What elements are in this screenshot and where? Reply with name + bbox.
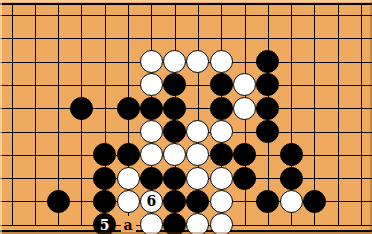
point-label-a: a — [121, 216, 136, 233]
black-stone — [163, 120, 186, 143]
black-stone — [233, 167, 256, 190]
grid-hline — [0, 38, 372, 39]
white-stone — [140, 213, 163, 234]
black-stone — [163, 190, 186, 213]
grid-hline — [0, 85, 372, 86]
white-stone-move-6: 6 — [140, 190, 163, 213]
black-stone — [210, 73, 233, 96]
black-stone — [93, 167, 116, 190]
black-stone — [93, 190, 116, 213]
black-stone — [117, 97, 140, 120]
white-stone — [210, 213, 233, 234]
black-stone — [163, 97, 186, 120]
board-top-edge — [0, 3, 372, 5]
grid-vline — [361, 4, 362, 226]
black-stone — [140, 97, 163, 120]
board-bottom-edge — [0, 230, 372, 232]
white-stone — [140, 143, 163, 166]
white-stone — [140, 120, 163, 143]
grid-vline — [35, 4, 36, 226]
black-stone — [256, 97, 279, 120]
white-stone — [186, 213, 209, 234]
white-stone — [280, 190, 303, 213]
grid-vline — [338, 4, 339, 226]
black-stone — [163, 213, 186, 234]
black-stone — [140, 167, 163, 190]
white-stone — [233, 97, 256, 120]
white-stone — [210, 190, 233, 213]
grid-hline — [0, 15, 372, 16]
white-stone — [210, 120, 233, 143]
black-stone — [280, 167, 303, 190]
white-stone — [210, 167, 233, 190]
white-stone — [117, 167, 140, 190]
black-stone — [280, 143, 303, 166]
grid-vline — [12, 4, 13, 226]
black-stone — [210, 143, 233, 166]
black-stone — [47, 190, 70, 213]
white-stone — [117, 190, 140, 213]
black-stone — [117, 143, 140, 166]
go-diagram: 65a — [0, 0, 372, 234]
black-stone — [70, 97, 93, 120]
black-stone-move-5: 5 — [93, 213, 116, 234]
white-stone — [140, 50, 163, 73]
white-stone — [210, 50, 233, 73]
black-stone — [163, 167, 186, 190]
black-stone — [210, 97, 233, 120]
white-stone — [186, 167, 209, 190]
black-stone — [303, 190, 326, 213]
